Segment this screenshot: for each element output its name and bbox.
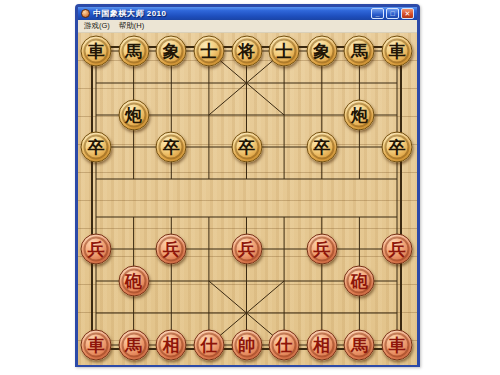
piece-red-r6c6[interactable]: 兵	[306, 234, 337, 265]
piece-black-r0c0[interactable]: 車	[81, 36, 112, 67]
piece-red-r6c4[interactable]: 兵	[231, 234, 262, 265]
piece-red-r9c4[interactable]: 帥	[231, 330, 262, 361]
piece-red-r9c2[interactable]: 相	[156, 330, 187, 361]
piece-black-r2c7[interactable]: 炮	[344, 100, 375, 131]
xiangqi-board[interactable]: 車馬象士将士象馬車炮炮卒卒卒卒卒兵兵兵兵兵砲砲車馬相仕帥仕相馬車	[78, 33, 417, 365]
piece-black-r0c5[interactable]: 士	[269, 36, 300, 67]
maximize-button-icon[interactable]: □	[386, 8, 399, 19]
app-window: 中国象棋大师 2010 _ □ ✕ 游戏(G) 帮助(H) 車馬象士将士象馬車炮…	[75, 4, 420, 367]
piece-black-r0c1[interactable]: 馬	[118, 36, 149, 67]
piece-black-r3c0[interactable]: 卒	[81, 132, 112, 163]
piece-black-r3c6[interactable]: 卒	[306, 132, 337, 163]
piece-red-r9c3[interactable]: 仕	[193, 330, 224, 361]
piece-black-r3c8[interactable]: 卒	[382, 132, 413, 163]
piece-black-r0c2[interactable]: 象	[156, 36, 187, 67]
piece-black-r3c2[interactable]: 卒	[156, 132, 187, 163]
desktop-background: { "window": { "title": "中国象棋大师 2010", "c…	[0, 0, 500, 375]
menu-bar: 游戏(G) 帮助(H)	[78, 20, 417, 33]
minimize-button-icon[interactable]: _	[371, 8, 384, 19]
piece-black-r2c1[interactable]: 炮	[118, 100, 149, 131]
piece-red-r9c6[interactable]: 相	[306, 330, 337, 361]
piece-red-r9c0[interactable]: 車	[81, 330, 112, 361]
piece-red-r9c5[interactable]: 仕	[269, 330, 300, 361]
app-icon	[81, 9, 90, 18]
piece-red-r9c8[interactable]: 車	[382, 330, 413, 361]
title-bar[interactable]: 中国象棋大师 2010 _ □ ✕	[78, 7, 417, 20]
piece-black-r3c4[interactable]: 卒	[231, 132, 262, 163]
piece-red-r9c7[interactable]: 馬	[344, 330, 375, 361]
piece-black-r0c4[interactable]: 将	[231, 36, 262, 67]
piece-red-r7c1[interactable]: 砲	[118, 266, 149, 297]
piece-red-r7c7[interactable]: 砲	[344, 266, 375, 297]
piece-black-r0c8[interactable]: 車	[382, 36, 413, 67]
menu-item-help[interactable]: 帮助(H)	[116, 21, 150, 31]
board-grid	[78, 33, 417, 365]
piece-black-r0c7[interactable]: 馬	[344, 36, 375, 67]
piece-red-r6c8[interactable]: 兵	[382, 234, 413, 265]
piece-black-r0c3[interactable]: 士	[193, 36, 224, 67]
piece-red-r9c1[interactable]: 馬	[118, 330, 149, 361]
piece-black-r0c6[interactable]: 象	[306, 36, 337, 67]
menu-item-game[interactable]: 游戏(G)	[81, 21, 116, 31]
close-button-icon[interactable]: ✕	[401, 8, 414, 19]
piece-red-r6c0[interactable]: 兵	[81, 234, 112, 265]
window-title: 中国象棋大师 2010	[93, 8, 371, 19]
window-controls: _ □ ✕	[371, 8, 414, 19]
piece-red-r6c2[interactable]: 兵	[156, 234, 187, 265]
